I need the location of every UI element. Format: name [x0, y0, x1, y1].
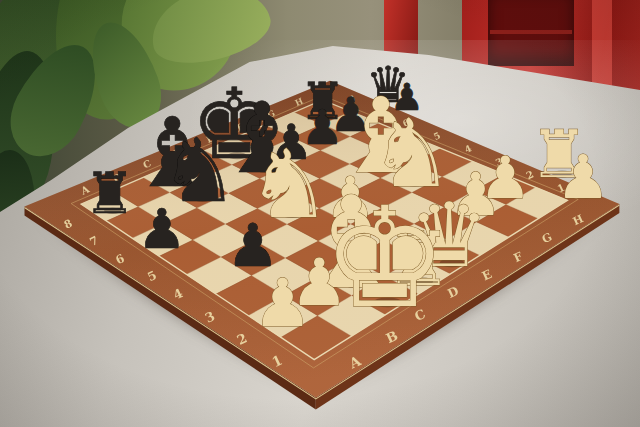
piece-white-king-c1[interactable]: ♚ — [323, 177, 447, 339]
piece-white-pawn-a2[interactable]: ♟ — [253, 264, 313, 342]
piece-black-rook-a8[interactable]: ♜ — [84, 160, 135, 226]
photo-scene: 88AA77BB66CC55DD44EE33FF22GG11HH♛♟♜♟♟♚♟♝… — [0, 0, 640, 427]
piece-black-pawn-a6[interactable]: ♟ — [137, 197, 186, 261]
captured-white-pawn[interactable]: ♟ — [556, 142, 610, 212]
chess-board: 88AA77BB66CC55DD44EE33FF22GG11HH♛♟♜♟♟♚♟♝… — [0, 0, 640, 427]
